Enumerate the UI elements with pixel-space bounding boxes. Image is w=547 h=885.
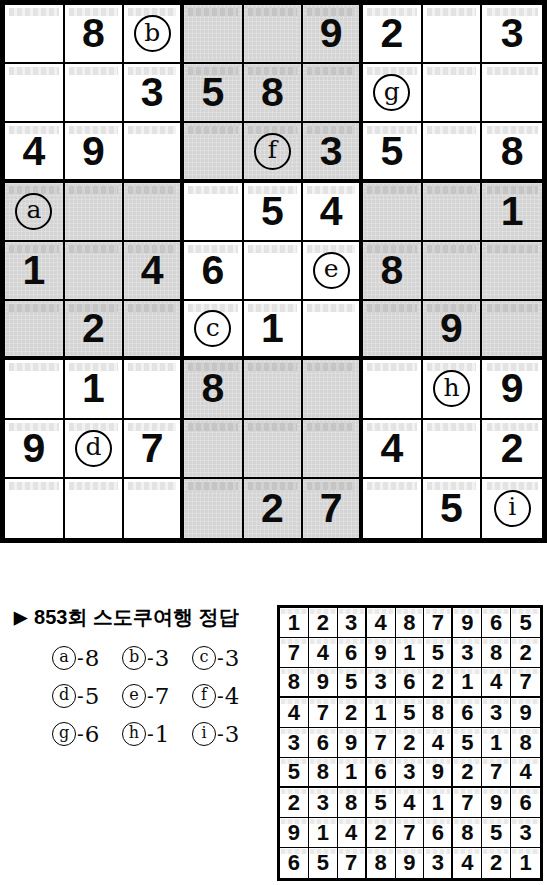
answer-value: 6 xyxy=(85,723,100,746)
cell-r4c3[interactable] xyxy=(124,183,184,242)
given-digit: 6 xyxy=(201,250,224,291)
answer-value: 3 xyxy=(225,647,240,670)
given-digit: 5 xyxy=(490,822,502,844)
circled-letter-h: h xyxy=(122,722,146,746)
circled-letter-f: f xyxy=(254,133,291,170)
separator: - xyxy=(77,686,84,706)
given-digit: 3 xyxy=(374,671,386,693)
solution-cell-r1c4: 4 xyxy=(367,608,396,638)
given-digit: 1 xyxy=(261,308,284,349)
cell-r7c7[interactable] xyxy=(363,360,423,419)
given-digit: 1 xyxy=(490,732,502,754)
solution-cell-r1c9: 5 xyxy=(511,608,540,638)
cell-r2c7[interactable]: g xyxy=(363,64,423,123)
watermark xyxy=(128,304,176,312)
given-digit: 4 xyxy=(432,732,444,754)
solution-cell-r6c2: 8 xyxy=(309,758,338,788)
cell-r8c4[interactable] xyxy=(184,420,244,479)
cell-r1c4[interactable] xyxy=(184,5,244,64)
solution-cell-r4c6: 8 xyxy=(424,698,453,728)
cell-r4c7[interactable] xyxy=(363,183,423,242)
answer-caption: ▶ 853회 스도쿠여행 정답 xyxy=(14,604,239,631)
given-digit: 1 xyxy=(519,852,531,874)
answer-key-item-e: e-7 xyxy=(122,684,178,708)
answer-key-item-d: d-5 xyxy=(52,684,108,708)
watermark xyxy=(367,363,417,371)
solution-cell-r2c6: 5 xyxy=(424,638,453,668)
given-digit: 9 xyxy=(403,852,415,874)
solution-cell-r9c9: 1 xyxy=(511,848,540,878)
circled-letter-d: d xyxy=(52,684,76,708)
given-digit: 2 xyxy=(490,852,502,874)
cell-r4c1[interactable]: a xyxy=(5,183,65,242)
answer-value: 1 xyxy=(155,723,170,746)
solution-cell-r5c6: 4 xyxy=(424,728,453,758)
watermark xyxy=(427,423,477,431)
cell-r3c2[interactable]: 9 xyxy=(65,123,125,182)
cell-r5c2[interactable] xyxy=(65,242,125,301)
cell-r2c4[interactable]: 5 xyxy=(184,64,244,123)
cell-r3c4[interactable] xyxy=(184,123,244,182)
cell-r6c7[interactable] xyxy=(363,301,423,360)
given-digit: 2 xyxy=(519,642,531,664)
solution-cell-r8c3: 4 xyxy=(338,818,367,848)
solution-cell-r7c7: 7 xyxy=(453,788,482,818)
given-digit: 5 xyxy=(440,488,463,529)
cell-r1c5[interactable] xyxy=(244,5,304,64)
solution-cell-r4c9: 9 xyxy=(511,698,540,728)
solution-cell-r9c2: 5 xyxy=(309,848,338,878)
watermark xyxy=(367,186,417,194)
cell-r2c9[interactable] xyxy=(482,64,542,123)
watermark xyxy=(248,363,298,371)
watermark xyxy=(188,186,238,194)
answer-value: 8 xyxy=(85,647,100,670)
cell-r5c4[interactable]: 6 xyxy=(184,242,244,301)
cell-r5c7[interactable]: 8 xyxy=(363,242,423,301)
solution-cell-r8c4: 2 xyxy=(367,818,396,848)
watermark xyxy=(188,8,238,16)
given-digit: 6 xyxy=(519,792,531,814)
solution-cell-r2c8: 8 xyxy=(482,638,511,668)
given-digit: 7 xyxy=(403,822,415,844)
given-digit: 9 xyxy=(374,642,386,664)
cell-r5c1[interactable]: 1 xyxy=(5,242,65,301)
given-digit: 4 xyxy=(317,642,329,664)
given-digit: 9 xyxy=(82,131,105,172)
cell-r6c9[interactable] xyxy=(482,301,542,360)
solution-cell-r8c5: 7 xyxy=(396,818,425,848)
solution-cell-r8c2: 1 xyxy=(309,818,338,848)
solution-cell-r3c9: 7 xyxy=(511,668,540,698)
watermark xyxy=(367,482,417,490)
cell-r3c6[interactable]: 3 xyxy=(303,123,363,182)
cell-r4c5[interactable]: 5 xyxy=(244,183,304,242)
given-digit: 7 xyxy=(461,792,473,814)
given-digit: 8 xyxy=(501,131,524,172)
given-digit: 6 xyxy=(432,822,444,844)
given-digit: 3 xyxy=(490,702,502,724)
watermark xyxy=(128,126,176,134)
solution-cell-r2c9: 2 xyxy=(511,638,540,668)
cell-r7c9[interactable]: 9 xyxy=(482,360,542,419)
circled-letter-b: b xyxy=(122,646,146,670)
cell-r4c2[interactable] xyxy=(65,183,125,242)
given-digit: 9 xyxy=(288,822,300,844)
given-digit: 3 xyxy=(432,852,444,874)
given-digit: 8 xyxy=(82,13,105,54)
given-digit: 1 xyxy=(288,612,300,634)
circled-letter-i: i xyxy=(494,490,531,527)
cell-r3c8[interactable] xyxy=(423,123,483,182)
given-digit: 9 xyxy=(317,671,329,693)
given-digit: 4 xyxy=(490,671,502,693)
given-digit: 1 xyxy=(374,702,386,724)
answer-caption-text: 853회 스도쿠여행 정답 xyxy=(34,604,238,631)
solution-cell-r9c7: 4 xyxy=(453,848,482,878)
solution-cell-r3c1: 8 xyxy=(280,668,309,698)
cell-r6c8[interactable]: 9 xyxy=(423,301,483,360)
solution-cell-r4c1: 4 xyxy=(280,698,309,728)
cell-r7c2[interactable]: 1 xyxy=(65,360,125,419)
given-digit: 8 xyxy=(461,822,473,844)
given-digit: 4 xyxy=(22,131,45,172)
cell-r3c5[interactable]: f xyxy=(244,123,304,182)
solution-cell-r4c2: 7 xyxy=(309,698,338,728)
cell-r6c4[interactable]: c xyxy=(184,301,244,360)
answer-value: 7 xyxy=(155,685,170,708)
solution-cell-r5c5: 2 xyxy=(396,728,425,758)
given-digit: 4 xyxy=(403,792,415,814)
given-digit: 3 xyxy=(288,732,300,754)
sudoku-puzzle-grid: 8b923358g49f358a541146e82c1918h99d742275… xyxy=(0,0,547,543)
cell-r2c3[interactable]: 3 xyxy=(124,64,184,123)
solution-cell-r5c2: 6 xyxy=(309,728,338,758)
solution-cell-r7c3: 8 xyxy=(338,788,367,818)
given-digit: 2 xyxy=(261,488,284,529)
solution-cell-r7c4: 5 xyxy=(367,788,396,818)
cell-r3c7[interactable]: 5 xyxy=(363,123,423,182)
answer-key-item-f: f-4 xyxy=(192,684,248,708)
watermark xyxy=(128,186,176,194)
watermark xyxy=(248,245,298,253)
solution-cell-r1c3: 3 xyxy=(338,608,367,638)
cell-r6c6[interactable] xyxy=(303,301,363,360)
separator: - xyxy=(147,648,154,668)
solution-cell-r4c3: 2 xyxy=(338,698,367,728)
cell-r7c1[interactable] xyxy=(5,360,65,419)
solution-cell-r2c4: 9 xyxy=(367,638,396,668)
solution-cell-r2c5: 1 xyxy=(396,638,425,668)
cell-r8c1[interactable]: 9 xyxy=(5,420,65,479)
separator: - xyxy=(147,686,154,706)
given-digit: 4 xyxy=(374,612,386,634)
cell-r6c2[interactable]: 2 xyxy=(65,301,125,360)
given-digit: 3 xyxy=(403,761,415,783)
cell-r3c9[interactable]: 8 xyxy=(482,123,542,182)
separator: - xyxy=(217,724,224,744)
given-digit: 2 xyxy=(380,13,403,54)
cell-r7c4[interactable]: 8 xyxy=(184,360,244,419)
watermark xyxy=(9,482,59,490)
solution-cell-r5c4: 7 xyxy=(367,728,396,758)
cell-r5c9[interactable] xyxy=(482,242,542,301)
given-digit: 7 xyxy=(320,488,343,529)
given-digit: 5 xyxy=(261,191,284,232)
cell-r6c5[interactable]: 1 xyxy=(244,301,304,360)
answer-key-item-i: i-3 xyxy=(192,722,248,746)
given-digit: 7 xyxy=(374,732,386,754)
solution-cell-r8c8: 5 xyxy=(482,818,511,848)
solution-cell-r9c8: 2 xyxy=(482,848,511,878)
given-digit: 9 xyxy=(22,428,45,469)
circled-letter-h: h xyxy=(433,370,470,407)
watermark xyxy=(427,245,477,253)
solution-cell-r2c3: 6 xyxy=(338,638,367,668)
given-digit: 1 xyxy=(501,191,524,232)
circled-letter-b: b xyxy=(134,15,171,52)
given-digit: 9 xyxy=(501,368,524,409)
watermark xyxy=(128,482,176,490)
solution-cell-r9c1: 6 xyxy=(280,848,309,878)
solution-cell-r1c2: 2 xyxy=(309,608,338,638)
answer-value: 4 xyxy=(225,685,240,708)
cell-r8c5[interactable] xyxy=(244,420,304,479)
cell-r9c6[interactable]: 7 xyxy=(303,479,363,538)
circled-letter-e: e xyxy=(313,252,350,289)
separator: - xyxy=(217,648,224,668)
cell-r8c9[interactable]: 2 xyxy=(482,420,542,479)
given-digit: 8 xyxy=(288,671,300,693)
cell-r9c8[interactable]: 5 xyxy=(423,479,483,538)
answer-key-row-3: g-6h-1i-3 xyxy=(52,722,248,746)
cell-r1c7[interactable]: 2 xyxy=(363,5,423,64)
circled-letter-i: i xyxy=(192,722,216,746)
cell-r4c9[interactable]: 1 xyxy=(482,183,542,242)
solution-cell-r2c7: 3 xyxy=(453,638,482,668)
given-digit: 6 xyxy=(490,612,502,634)
watermark xyxy=(487,304,538,312)
given-digit: 7 xyxy=(519,671,531,693)
solution-cell-r1c6: 7 xyxy=(424,608,453,638)
cell-r9c1[interactable] xyxy=(5,479,65,538)
given-digit: 1 xyxy=(403,642,415,664)
cell-r1c6[interactable]: 9 xyxy=(303,5,363,64)
solution-cell-r3c2: 9 xyxy=(309,668,338,698)
solution-cell-r4c4: 1 xyxy=(367,698,396,728)
cell-r1c8[interactable] xyxy=(423,5,483,64)
watermark xyxy=(307,363,355,371)
answer-key-row-1: a-8b-3c-3 xyxy=(52,646,248,670)
solution-cell-r6c6: 9 xyxy=(424,758,453,788)
cell-r2c2[interactable] xyxy=(65,64,125,123)
cell-r9c3[interactable] xyxy=(124,479,184,538)
cell-r9c2[interactable] xyxy=(65,479,125,538)
circled-letter-e: e xyxy=(122,684,146,708)
cell-r3c1[interactable]: 4 xyxy=(5,123,65,182)
solution-cell-r5c8: 1 xyxy=(482,728,511,758)
sudoku-solution-grid: 1234879657469153828953621474721586393697… xyxy=(277,605,543,881)
solution-cell-r3c5: 6 xyxy=(396,668,425,698)
given-digit: 6 xyxy=(288,852,300,874)
watermark xyxy=(9,363,59,371)
cell-r9c4[interactable] xyxy=(184,479,244,538)
solution-cell-r7c8: 9 xyxy=(482,788,511,818)
solution-cell-r5c7: 5 xyxy=(453,728,482,758)
given-digit: 3 xyxy=(345,612,357,634)
given-digit: 1 xyxy=(432,792,444,814)
cell-r8c2[interactable]: d xyxy=(65,420,125,479)
given-digit: 5 xyxy=(201,72,224,113)
solution-cell-r7c2: 3 xyxy=(309,788,338,818)
cell-r5c6[interactable]: e xyxy=(303,242,363,301)
watermark xyxy=(427,8,477,16)
watermark xyxy=(367,304,417,312)
given-digit: 6 xyxy=(345,642,357,664)
given-digit: 5 xyxy=(461,732,473,754)
given-digit: 7 xyxy=(317,702,329,724)
given-digit: 6 xyxy=(461,702,473,724)
given-digit: 7 xyxy=(345,852,357,874)
cell-r2c1[interactable] xyxy=(5,64,65,123)
given-digit: 2 xyxy=(501,428,524,469)
watermark xyxy=(9,304,59,312)
solution-cell-r1c7: 9 xyxy=(453,608,482,638)
cell-r2c6[interactable] xyxy=(303,64,363,123)
cell-r4c6[interactable]: 4 xyxy=(303,183,363,242)
cell-r5c5[interactable] xyxy=(244,242,304,301)
cell-r7c3[interactable] xyxy=(124,360,184,419)
caret-right-icon: ▶ xyxy=(14,607,27,628)
given-digit: 4 xyxy=(320,191,343,232)
given-digit: 5 xyxy=(403,702,415,724)
circled-letter-c: c xyxy=(194,310,231,347)
watermark xyxy=(307,423,355,431)
cell-r7c5[interactable] xyxy=(244,360,304,419)
solution-cell-r6c9: 4 xyxy=(511,758,540,788)
cell-r1c1[interactable] xyxy=(5,5,65,64)
given-digit: 7 xyxy=(432,612,444,634)
given-digit: 2 xyxy=(432,671,444,693)
solution-cell-r8c9: 3 xyxy=(511,818,540,848)
solution-cell-r4c8: 3 xyxy=(482,698,511,728)
cell-r9c9[interactable]: i xyxy=(482,479,542,538)
given-digit: 1 xyxy=(461,671,473,693)
cell-r2c5[interactable]: 8 xyxy=(244,64,304,123)
solution-cell-r7c9: 6 xyxy=(511,788,540,818)
cell-r9c5[interactable]: 2 xyxy=(244,479,304,538)
watermark xyxy=(487,482,538,490)
solution-cell-r6c8: 7 xyxy=(482,758,511,788)
solution-cell-r7c1: 2 xyxy=(280,788,309,818)
solution-cell-r8c6: 6 xyxy=(424,818,453,848)
given-digit: 9 xyxy=(345,732,357,754)
answer-value: 3 xyxy=(155,647,170,670)
cell-r8c6[interactable] xyxy=(303,420,363,479)
solution-cell-r9c6: 3 xyxy=(424,848,453,878)
watermark xyxy=(188,126,238,134)
watermark xyxy=(487,67,538,75)
solution-cell-r1c8: 6 xyxy=(482,608,511,638)
given-digit: 4 xyxy=(380,428,403,469)
cell-r4c8[interactable] xyxy=(423,183,483,242)
cell-r3c3[interactable] xyxy=(124,123,184,182)
watermark xyxy=(307,304,355,312)
cell-r7c8[interactable]: h xyxy=(423,360,483,419)
solution-cell-r9c3: 7 xyxy=(338,848,367,878)
watermark xyxy=(248,8,298,16)
given-digit: 2 xyxy=(317,612,329,634)
cell-r6c1[interactable] xyxy=(5,301,65,360)
solution-cell-r9c5: 9 xyxy=(396,848,425,878)
cell-r5c8[interactable] xyxy=(423,242,483,301)
given-digit: 3 xyxy=(501,13,524,54)
given-digit: 8 xyxy=(380,250,403,291)
solution-cell-r6c7: 2 xyxy=(453,758,482,788)
solution-cell-r5c1: 3 xyxy=(280,728,309,758)
watermark xyxy=(188,482,238,490)
watermark xyxy=(248,423,298,431)
cell-r1c9[interactable]: 3 xyxy=(482,5,542,64)
cell-r2c8[interactable] xyxy=(423,64,483,123)
given-digit: 1 xyxy=(22,250,45,291)
given-digit: 8 xyxy=(261,72,284,113)
given-digit: 8 xyxy=(345,792,357,814)
given-digit: 6 xyxy=(374,761,386,783)
cell-r8c7[interactable]: 4 xyxy=(363,420,423,479)
given-digit: 3 xyxy=(461,642,473,664)
given-digit: 5 xyxy=(345,671,357,693)
solution-cell-r6c1: 5 xyxy=(280,758,309,788)
solution-cell-r6c4: 6 xyxy=(367,758,396,788)
given-digit: 1 xyxy=(317,822,329,844)
cell-r1c2[interactable]: 8 xyxy=(65,5,125,64)
answer-key-item-b: b-3 xyxy=(122,646,178,670)
cell-r4c4[interactable] xyxy=(184,183,244,242)
solution-cell-r2c2: 4 xyxy=(309,638,338,668)
given-digit: 6 xyxy=(317,732,329,754)
cell-r8c3[interactable]: 7 xyxy=(124,420,184,479)
circled-letter-d: d xyxy=(75,430,112,467)
cell-r8c8[interactable] xyxy=(423,420,483,479)
solution-cell-r1c5: 8 xyxy=(396,608,425,638)
solution-cell-r3c4: 3 xyxy=(367,668,396,698)
given-digit: 3 xyxy=(519,822,531,844)
answer-key-item-h: h-1 xyxy=(122,722,178,746)
given-digit: 4 xyxy=(461,852,473,874)
solution-cell-r4c7: 6 xyxy=(453,698,482,728)
cell-r5c3[interactable]: 4 xyxy=(124,242,184,301)
cell-r6c3[interactable] xyxy=(124,301,184,360)
solution-cell-r3c7: 1 xyxy=(453,668,482,698)
watermark xyxy=(128,363,176,371)
solution-cell-r6c5: 3 xyxy=(396,758,425,788)
solution-cell-r3c3: 5 xyxy=(338,668,367,698)
circled-letter-a: a xyxy=(52,646,76,670)
given-digit: 7 xyxy=(141,428,164,469)
given-digit: 2 xyxy=(403,732,415,754)
given-digit: 9 xyxy=(490,792,502,814)
given-digit: 8 xyxy=(519,732,531,754)
answer-key-item-c: c-3 xyxy=(192,646,248,670)
given-digit: 7 xyxy=(490,761,502,783)
cell-r7c6[interactable] xyxy=(303,360,363,419)
solution-cell-r8c1: 9 xyxy=(280,818,309,848)
cell-r1c3[interactable]: b xyxy=(124,5,184,64)
cell-r9c7[interactable] xyxy=(363,479,423,538)
given-digit: 2 xyxy=(461,761,473,783)
given-digit: 2 xyxy=(288,792,300,814)
